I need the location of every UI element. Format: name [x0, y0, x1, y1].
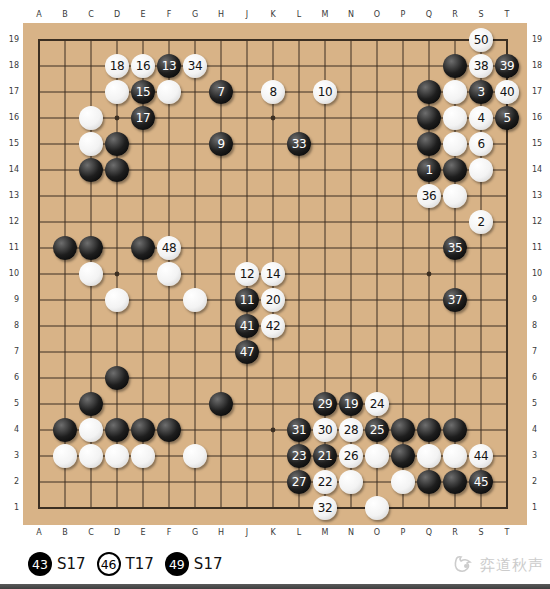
stone-black-N5: 19 — [339, 392, 363, 416]
move-number: 42 — [266, 320, 280, 332]
row-label-left-1: 1 — [3, 503, 19, 513]
stone-black-H5 — [209, 392, 233, 416]
move-number: 47 — [240, 346, 254, 358]
col-label-top-J: J — [237, 10, 257, 20]
stone-white-C3 — [79, 444, 103, 468]
cell-T18: 39 — [494, 53, 520, 79]
stone-black-B4 — [53, 418, 77, 442]
move-number: 4 — [477, 112, 484, 124]
col-label-top-E: E — [133, 10, 153, 20]
move-annotations: 43S1746T1749S17 — [28, 551, 228, 577]
cell-F18: 13 — [156, 53, 182, 79]
cell-Q16 — [416, 105, 442, 131]
cell-M2: 22 — [312, 469, 338, 495]
row-label-left-6: 6 — [3, 373, 19, 383]
col-label-bottom-S: S — [471, 528, 491, 538]
cell-K10: 14 — [260, 261, 286, 287]
stone-white-E3 — [131, 444, 155, 468]
cell-J9: 11 — [234, 287, 260, 313]
cell-F17 — [156, 79, 182, 105]
move-number: 6 — [477, 138, 484, 150]
stone-black-T18: 39 — [495, 54, 519, 78]
stone-black-E11 — [131, 236, 155, 260]
caption-point-49: S17 — [194, 555, 229, 573]
stone-black-H15: 9 — [209, 132, 233, 156]
col-label-bottom-T: T — [497, 528, 517, 538]
move-number: 41 — [240, 320, 254, 332]
stone-black-M5: 29 — [313, 392, 337, 416]
stone-white-M1: 32 — [313, 496, 337, 520]
move-number: 30 — [318, 424, 332, 436]
cell-O3 — [364, 443, 390, 469]
stone-white-R13 — [443, 184, 467, 208]
bottom-divider — [0, 584, 550, 589]
cell-D17 — [104, 79, 130, 105]
cell-L2: 27 — [286, 469, 312, 495]
stone-white-O5: 24 — [365, 392, 389, 416]
stone-black-F4 — [157, 418, 181, 442]
cell-H5 — [208, 391, 234, 417]
cell-P2 — [390, 469, 416, 495]
stone-black-Q17 — [417, 80, 441, 104]
caption-point-46: T17 — [126, 555, 160, 573]
stone-white-O3 — [365, 444, 389, 468]
stone-black-E17: 15 — [131, 80, 155, 104]
cell-L3: 23 — [286, 443, 312, 469]
stone-white-R16 — [443, 106, 467, 130]
col-label-top-H: H — [211, 10, 231, 20]
stone-black-Q2 — [417, 470, 441, 494]
stone-black-H17: 7 — [209, 80, 233, 104]
stone-white-F10 — [157, 262, 181, 286]
move-number: 45 — [474, 476, 488, 488]
move-number: 31 — [292, 424, 306, 436]
stone-white-C10 — [79, 262, 103, 286]
col-label-bottom-J: J — [237, 528, 257, 538]
move-number: 39 — [500, 60, 514, 72]
stone-white-C15 — [79, 132, 103, 156]
move-number: 33 — [292, 138, 306, 150]
move-number: 17 — [136, 112, 150, 124]
cell-S3: 44 — [468, 443, 494, 469]
move-number: 24 — [370, 398, 384, 410]
cell-C14 — [78, 157, 104, 183]
row-label-left-15: 15 — [3, 139, 19, 149]
cell-K8: 42 — [260, 313, 286, 339]
cell-G9 — [182, 287, 208, 313]
stone-white-S15: 6 — [469, 132, 493, 156]
cell-R18 — [442, 53, 468, 79]
watermark: 弈道秋声 — [452, 552, 544, 578]
move-number: 28 — [344, 424, 358, 436]
cell-O4: 25 — [364, 417, 390, 443]
cell-E17: 15 — [130, 79, 156, 105]
stone-white-F11: 48 — [157, 236, 181, 260]
col-label-top-N: N — [341, 10, 361, 20]
caption-stone-46: 46 — [97, 552, 121, 576]
col-label-bottom-K: K — [263, 528, 283, 538]
cell-C16 — [78, 105, 104, 131]
move-number: 15 — [136, 86, 150, 98]
row-label-left-2: 2 — [3, 477, 19, 487]
cell-F4 — [156, 417, 182, 443]
row-label-right-7: 7 — [532, 347, 548, 357]
col-label-bottom-M: M — [315, 528, 335, 538]
move-number: 11 — [240, 294, 254, 306]
row-label-right-18: 18 — [532, 61, 548, 71]
row-label-left-19: 19 — [3, 35, 19, 45]
stone-white-K17: 8 — [261, 80, 285, 104]
col-label-bottom-G: G — [185, 528, 205, 538]
move-number: 5 — [503, 112, 510, 124]
stone-black-P4 — [391, 418, 415, 442]
cell-C3 — [78, 443, 104, 469]
cell-C11 — [78, 235, 104, 261]
cell-E18: 16 — [130, 53, 156, 79]
cell-S19: 50 — [468, 27, 494, 53]
cell-J8: 41 — [234, 313, 260, 339]
cell-E4 — [130, 417, 156, 443]
cell-O1 — [364, 495, 390, 521]
row-label-left-18: 18 — [3, 61, 19, 71]
cell-J7: 47 — [234, 339, 260, 365]
stone-white-R3 — [443, 444, 467, 468]
stone-white-D17 — [105, 80, 129, 104]
stone-black-R18 — [443, 54, 467, 78]
col-label-bottom-F: F — [159, 528, 179, 538]
stone-black-R2 — [443, 470, 467, 494]
col-label-bottom-C: C — [81, 528, 101, 538]
col-label-top-S: S — [471, 10, 491, 20]
cell-S18: 38 — [468, 53, 494, 79]
stones-layer: 5018161334383915781034017459336136248351… — [26, 27, 520, 521]
move-number: 37 — [448, 294, 462, 306]
stone-white-K9: 20 — [261, 288, 285, 312]
row-label-left-14: 14 — [3, 165, 19, 175]
cell-E16: 17 — [130, 105, 156, 131]
stone-white-B3 — [53, 444, 77, 468]
move-number: 29 — [318, 398, 332, 410]
move-number: 7 — [217, 86, 224, 98]
col-label-top-M: M — [315, 10, 335, 20]
cell-T16: 5 — [494, 105, 520, 131]
stone-white-K10: 14 — [261, 262, 285, 286]
caption-stone-43: 43 — [28, 552, 52, 576]
stone-white-M4: 30 — [313, 418, 337, 442]
col-label-top-K: K — [263, 10, 283, 20]
stone-white-C16 — [79, 106, 103, 130]
move-number: 32 — [318, 502, 332, 514]
col-label-top-P: P — [393, 10, 413, 20]
col-label-bottom-P: P — [393, 528, 413, 538]
cell-M5: 29 — [312, 391, 338, 417]
cell-H15: 9 — [208, 131, 234, 157]
caption-stone-49: 49 — [165, 552, 189, 576]
col-label-top-T: T — [497, 10, 517, 20]
row-label-left-3: 3 — [3, 451, 19, 461]
row-label-right-9: 9 — [532, 295, 548, 305]
cell-R15 — [442, 131, 468, 157]
cell-D6 — [104, 365, 130, 391]
cell-C5 — [78, 391, 104, 417]
move-number: 36 — [422, 190, 436, 202]
move-number: 12 — [240, 268, 254, 280]
col-label-bottom-D: D — [107, 528, 127, 538]
stone-white-M17: 10 — [313, 80, 337, 104]
move-number: 19 — [344, 398, 358, 410]
col-label-top-O: O — [367, 10, 387, 20]
move-number: 40 — [500, 86, 514, 98]
move-number: 27 — [292, 476, 306, 488]
stone-black-R14 — [443, 158, 467, 182]
row-label-left-17: 17 — [3, 87, 19, 97]
row-label-right-5: 5 — [532, 399, 548, 409]
cell-C15 — [78, 131, 104, 157]
row-label-left-4: 4 — [3, 425, 19, 435]
cell-R11: 35 — [442, 235, 468, 261]
cell-Q14: 1 — [416, 157, 442, 183]
stone-black-M3: 21 — [313, 444, 337, 468]
cell-R17 — [442, 79, 468, 105]
stone-white-S18: 38 — [469, 54, 493, 78]
stone-white-F17 — [157, 80, 181, 104]
stone-black-E4 — [131, 418, 155, 442]
cell-H17: 7 — [208, 79, 234, 105]
cell-B3 — [52, 443, 78, 469]
cell-R14 — [442, 157, 468, 183]
stone-white-R17 — [443, 80, 467, 104]
cell-M1: 32 — [312, 495, 338, 521]
stone-black-J7: 47 — [235, 340, 259, 364]
stone-black-C5 — [79, 392, 103, 416]
stone-white-R15 — [443, 132, 467, 156]
move-number: 8 — [269, 86, 276, 98]
stone-black-P3 — [391, 444, 415, 468]
stone-white-D9 — [105, 288, 129, 312]
stone-black-F18: 13 — [157, 54, 181, 78]
cell-R2 — [442, 469, 468, 495]
move-number: 1 — [425, 164, 432, 176]
stone-white-E18: 16 — [131, 54, 155, 78]
cell-D3 — [104, 443, 130, 469]
cell-G18: 34 — [182, 53, 208, 79]
stone-white-N4: 28 — [339, 418, 363, 442]
stone-black-J8: 41 — [235, 314, 259, 338]
row-label-left-7: 7 — [3, 347, 19, 357]
cell-F10 — [156, 261, 182, 287]
stone-white-Q13: 36 — [417, 184, 441, 208]
stone-white-O1 — [365, 496, 389, 520]
cell-T17: 40 — [494, 79, 520, 105]
stone-white-N3: 26 — [339, 444, 363, 468]
move-number: 14 — [266, 268, 280, 280]
row-label-right-8: 8 — [532, 321, 548, 331]
move-number: 16 — [136, 60, 150, 72]
cell-G3 — [182, 443, 208, 469]
cell-P4 — [390, 417, 416, 443]
move-number: 21 — [318, 450, 332, 462]
stone-white-S3: 44 — [469, 444, 493, 468]
cell-D9 — [104, 287, 130, 313]
stone-white-P2 — [391, 470, 415, 494]
stone-black-R4 — [443, 418, 467, 442]
cell-J10: 12 — [234, 261, 260, 287]
move-number: 23 — [292, 450, 306, 462]
row-label-right-16: 16 — [532, 113, 548, 123]
stone-white-S19: 50 — [469, 28, 493, 52]
cell-R3 — [442, 443, 468, 469]
cell-R4 — [442, 417, 468, 443]
row-label-left-11: 11 — [3, 243, 19, 253]
stone-black-S2: 45 — [469, 470, 493, 494]
stone-black-C11 — [79, 236, 103, 260]
row-label-right-12: 12 — [532, 217, 548, 227]
cell-D4 — [104, 417, 130, 443]
cell-S17: 3 — [468, 79, 494, 105]
cell-F11: 48 — [156, 235, 182, 261]
stone-white-J10: 12 — [235, 262, 259, 286]
col-label-top-C: C — [81, 10, 101, 20]
cell-Q13: 36 — [416, 183, 442, 209]
watermark-text: 弈道秋声 — [480, 556, 544, 575]
cell-Q15 — [416, 131, 442, 157]
cell-D18: 18 — [104, 53, 130, 79]
stone-white-S14 — [469, 158, 493, 182]
stone-white-T17: 40 — [495, 80, 519, 104]
cell-L15: 33 — [286, 131, 312, 157]
col-label-bottom-L: L — [289, 528, 309, 538]
cell-R9: 37 — [442, 287, 468, 313]
move-number: 2 — [477, 216, 484, 228]
col-label-bottom-B: B — [55, 528, 75, 538]
watermark-logo-icon — [452, 552, 478, 578]
row-label-right-17: 17 — [532, 87, 548, 97]
col-label-top-B: B — [55, 10, 75, 20]
stone-black-L15: 33 — [287, 132, 311, 156]
cell-Q2 — [416, 469, 442, 495]
stone-white-S16: 4 — [469, 106, 493, 130]
cell-Q3 — [416, 443, 442, 469]
row-label-left-10: 10 — [3, 269, 19, 279]
stone-black-Q16 — [417, 106, 441, 130]
cell-S2: 45 — [468, 469, 494, 495]
stone-white-K8: 42 — [261, 314, 285, 338]
row-label-right-19: 19 — [532, 35, 548, 45]
move-number: 10 — [318, 86, 332, 98]
col-label-top-R: R — [445, 10, 465, 20]
row-label-right-3: 3 — [532, 451, 548, 461]
cell-R16 — [442, 105, 468, 131]
cell-S15: 6 — [468, 131, 494, 157]
row-label-right-2: 2 — [532, 477, 548, 487]
stone-black-D15 — [105, 132, 129, 156]
row-label-right-6: 6 — [532, 373, 548, 383]
move-number: 3 — [477, 86, 484, 98]
row-label-right-4: 4 — [532, 425, 548, 435]
row-label-right-14: 14 — [532, 165, 548, 175]
row-label-right-13: 13 — [532, 191, 548, 201]
stone-black-B11 — [53, 236, 77, 260]
row-label-left-13: 13 — [3, 191, 19, 201]
cell-E3 — [130, 443, 156, 469]
stone-black-D14 — [105, 158, 129, 182]
cell-O5: 24 — [364, 391, 390, 417]
cell-S16: 4 — [468, 105, 494, 131]
stone-white-G18: 34 — [183, 54, 207, 78]
stone-white-Q3 — [417, 444, 441, 468]
stone-white-S12: 2 — [469, 210, 493, 234]
cell-S12: 2 — [468, 209, 494, 235]
col-label-top-Q: Q — [419, 10, 439, 20]
stone-white-C4 — [79, 418, 103, 442]
col-label-bottom-A: A — [29, 528, 49, 538]
stone-black-J9: 11 — [235, 288, 259, 312]
stone-black-D6 — [105, 366, 129, 390]
cell-S14 — [468, 157, 494, 183]
cell-P3 — [390, 443, 416, 469]
row-label-left-8: 8 — [3, 321, 19, 331]
cell-C10 — [78, 261, 104, 287]
row-label-right-11: 11 — [532, 243, 548, 253]
stone-black-L4: 31 — [287, 418, 311, 442]
stone-black-Q15 — [417, 132, 441, 156]
col-label-top-A: A — [29, 10, 49, 20]
move-number: 26 — [344, 450, 358, 462]
stone-white-G3 — [183, 444, 207, 468]
cell-N5: 19 — [338, 391, 364, 417]
caption-point-43: S17 — [57, 555, 92, 573]
cell-M3: 21 — [312, 443, 338, 469]
move-number: 20 — [266, 294, 280, 306]
stone-black-S17: 3 — [469, 80, 493, 104]
col-label-top-G: G — [185, 10, 205, 20]
move-number: 48 — [162, 242, 176, 254]
row-label-left-16: 16 — [3, 113, 19, 123]
row-label-left-9: 9 — [3, 295, 19, 305]
stone-black-O4: 25 — [365, 418, 389, 442]
cell-K9: 20 — [260, 287, 286, 313]
stone-white-N2 — [339, 470, 363, 494]
cell-Q17 — [416, 79, 442, 105]
move-number: 13 — [162, 60, 176, 72]
cell-N4: 28 — [338, 417, 364, 443]
stone-white-G9 — [183, 288, 207, 312]
cell-B4 — [52, 417, 78, 443]
cell-D15 — [104, 131, 130, 157]
cell-D14 — [104, 157, 130, 183]
stone-black-D4 — [105, 418, 129, 442]
stone-black-L3: 23 — [287, 444, 311, 468]
col-label-bottom-R: R — [445, 528, 465, 538]
stone-white-D3 — [105, 444, 129, 468]
stone-white-D18: 18 — [105, 54, 129, 78]
row-label-right-15: 15 — [532, 139, 548, 149]
stone-white-M2: 22 — [313, 470, 337, 494]
cell-B11 — [52, 235, 78, 261]
cell-K17: 8 — [260, 79, 286, 105]
cell-M4: 30 — [312, 417, 338, 443]
go-diagram-page: AABBCCDDEEFFGGHHJJKKLLMMNNOOPPQQRRSSTT19… — [0, 0, 550, 589]
move-number: 34 — [188, 60, 202, 72]
move-number: 22 — [318, 476, 332, 488]
cell-N3: 26 — [338, 443, 364, 469]
cell-L4: 31 — [286, 417, 312, 443]
move-number: 44 — [474, 450, 488, 462]
col-label-top-D: D — [107, 10, 127, 20]
col-label-bottom-E: E — [133, 528, 153, 538]
col-label-top-L: L — [289, 10, 309, 20]
stone-black-Q4 — [417, 418, 441, 442]
